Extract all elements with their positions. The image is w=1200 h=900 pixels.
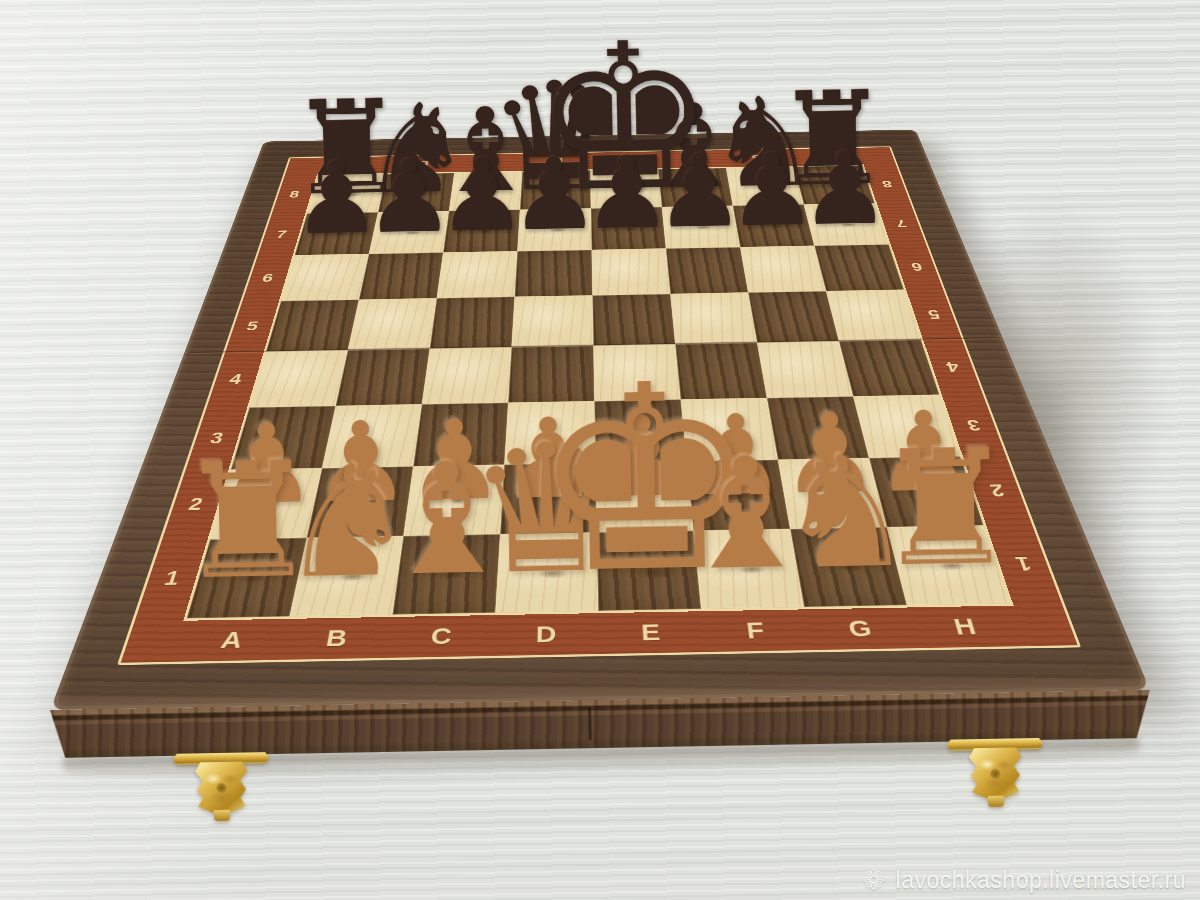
file-label-f-bottom: F: [745, 617, 767, 644]
file-label-f-top: F: [684, 154, 697, 165]
flower-icon: ❁: [862, 864, 885, 896]
file-label-a-bottom: A: [218, 626, 247, 653]
photo-stage: AABBCCDDEEFFGGHH1122334455667788 ♜♞♝♛♚♝♞…: [0, 0, 1200, 900]
file-label-e-bottom: E: [640, 619, 662, 646]
clasp-tongue-icon: [988, 796, 1004, 807]
rank-label-1-right: 1: [1012, 552, 1034, 574]
watermark: ❁ lavochkashop.livemaster.ru: [862, 864, 1186, 896]
chess-board: AABBCCDDEEFFGGHH1122334455667788 ♜♞♝♛♚♝♞…: [50, 130, 1150, 710]
rank-label-5-right: 5: [925, 307, 942, 321]
file-label-e-top: E: [617, 155, 630, 166]
file-label-c-bottom: C: [429, 623, 453, 650]
rank-label-6-right: 6: [908, 260, 924, 273]
rank-label-5-left: 5: [245, 319, 261, 333]
file-label-c-top: C: [482, 157, 497, 168]
piece-anchor-c7: ♟: [443, 210, 520, 253]
piece-white-knight-g1[interactable]: ♞: [775, 434, 916, 591]
file-label-d-bottom: D: [535, 621, 557, 648]
file-label-h-bottom: H: [951, 613, 980, 640]
file-label-b-bottom: B: [324, 625, 350, 652]
file-label-g-bottom: G: [846, 615, 875, 642]
rank-label-4-left: 4: [227, 371, 244, 387]
gold-clasp-left: [173, 752, 270, 826]
file-label-a-top: A: [347, 160, 364, 171]
file-label-h-top: H: [817, 151, 834, 162]
clasp-tongue-icon: [214, 810, 230, 821]
file-label-d-top: D: [549, 156, 563, 167]
piece-anchor-h7: ♟: [804, 203, 889, 246]
rank-label-7-left: 7: [275, 228, 289, 240]
rank-label-6-left: 6: [260, 272, 275, 285]
clasp-plate-icon: [969, 747, 1022, 798]
board-tilt-wrapper: AABBCCDDEEFFGGHH1122334455667788 ♜♞♝♛♚♝♞…: [0, 0, 1200, 900]
rank-label-7-right: 7: [893, 217, 908, 229]
watermark-text: lavochkashop.livemaster.ru: [896, 867, 1186, 894]
piece-anchor-b1: ♞: [290, 536, 404, 616]
gold-clasp-right: [947, 738, 1044, 812]
piece-anchor-d1: ♛: [495, 533, 598, 613]
clasp-plate-icon: [195, 761, 248, 812]
wood-knot: [588, 706, 592, 740]
file-label-b-top: B: [414, 158, 430, 169]
piece-anchor-d7: ♟: [518, 208, 592, 251]
piece-anchor-g1: ♞: [790, 527, 907, 607]
rank-label-4-right: 4: [943, 358, 961, 374]
file-label-g-top: G: [750, 152, 767, 163]
rank-label-1-left: 1: [162, 567, 184, 589]
